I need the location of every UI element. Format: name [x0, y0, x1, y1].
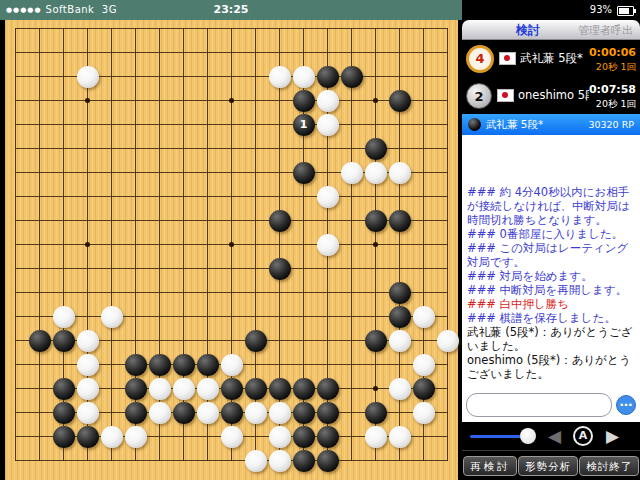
star-point [373, 98, 378, 103]
stone-black [293, 162, 315, 184]
stone-black [245, 378, 267, 400]
stone-white [341, 162, 363, 184]
stone-white [101, 426, 123, 448]
stone-black [317, 426, 339, 448]
stone-black [293, 402, 315, 424]
stone-white [77, 330, 99, 352]
stone-black [197, 354, 219, 376]
chat-message: ### 対局を始めます。 [467, 269, 636, 283]
stone-black [269, 258, 291, 280]
tab-review[interactable]: 検討 [516, 22, 540, 39]
stone-white [245, 402, 267, 424]
player-name: 武礼蒹 5段* [520, 51, 589, 66]
stone-black [173, 354, 195, 376]
stone-white [389, 426, 411, 448]
stone-black [341, 66, 363, 88]
player-clock: 0:07:58 [589, 83, 636, 96]
player-name: oneshimo 5段* [518, 88, 589, 103]
playback-controls: ◀ A ▶ [462, 422, 640, 450]
player-byoyomi: 20秒 1回 [596, 61, 636, 72]
stone-black [125, 354, 147, 376]
stone-white [317, 234, 339, 256]
chat-message: ### 約 4分40秒以内にお相手が接続しなければ、中断対局は時間切れ勝ちとなり… [467, 185, 636, 227]
stone-black: 1 [293, 114, 315, 136]
star-point [373, 242, 378, 247]
player-times: 0:07:58 20秒 1回 [589, 82, 636, 110]
stone-black [317, 450, 339, 472]
player-row-white[interactable]: 2 oneshimo 5段* 0:07:58 20秒 1回 [462, 77, 640, 114]
black-stone-icon [468, 118, 481, 131]
chat-message: ### 中断対局を再開します。 [467, 283, 636, 297]
stone-white [269, 426, 291, 448]
byoyomi-clock-icon: 4 [466, 45, 494, 73]
stone-white [293, 66, 315, 88]
end-review-button[interactable]: 検討終了 [579, 456, 639, 476]
stone-black [29, 330, 51, 352]
stone-black [77, 426, 99, 448]
stone-black [125, 402, 147, 424]
star-point [85, 98, 90, 103]
chat-message: ### 棋譜を保存しました。 [467, 311, 636, 325]
panel-status-bar: 93% [462, 0, 640, 20]
stone-black [269, 210, 291, 232]
slider-knob[interactable] [520, 428, 536, 444]
chat-bubble-icon[interactable]: … [616, 395, 636, 415]
auto-play-button[interactable]: A [573, 426, 593, 446]
stone-white [389, 378, 411, 400]
stone-white [317, 186, 339, 208]
stone-white [413, 306, 435, 328]
star-point [229, 242, 234, 247]
stone-black [53, 378, 75, 400]
stone-black [365, 210, 387, 232]
stone-white [413, 402, 435, 424]
stone-black [293, 426, 315, 448]
stone-black [389, 306, 411, 328]
stone-white [221, 426, 243, 448]
chat-messages: ### 約 4分40秒以内にお相手が接続しなければ、中断対局は時間切れ勝ちとなり… [462, 135, 640, 392]
player-clock: 0:00:06 [589, 46, 636, 59]
stone-black [317, 66, 339, 88]
stone-white [269, 66, 291, 88]
call-admin-button[interactable]: 管理者呼出 [578, 23, 633, 38]
stone-white [317, 90, 339, 112]
stone-black [221, 402, 243, 424]
chat-input[interactable] [466, 393, 612, 417]
battery-icon [617, 6, 634, 16]
stone-white [197, 402, 219, 424]
side-panel: 93% 検討 管理者呼出 4 武礼蒹 5段* 0:00:06 20秒 1回 2 … [462, 0, 640, 480]
stone-black [53, 402, 75, 424]
player-row-black[interactable]: 4 武礼蒹 5段* 0:00:06 20秒 1回 [462, 40, 640, 77]
star-point [85, 242, 90, 247]
position-analysis-button[interactable]: 形勢分析 [518, 456, 578, 476]
stone-white [269, 450, 291, 472]
stone-black [53, 330, 75, 352]
stone-black [317, 378, 339, 400]
capture-count-icon: 2 [466, 83, 492, 109]
stone-white [77, 66, 99, 88]
star-point [373, 386, 378, 391]
battery-percent: 93% [590, 4, 612, 15]
chat-message: ### 白中押し勝ち [467, 297, 636, 311]
player-times: 0:00:06 20秒 1回 [589, 45, 636, 73]
stone-black [365, 402, 387, 424]
stone-white [245, 450, 267, 472]
re-review-button[interactable]: 再検討 [463, 456, 518, 476]
stone-white [53, 306, 75, 328]
stone-white [269, 402, 291, 424]
stone-white [77, 354, 99, 376]
stone-white [197, 378, 219, 400]
status-bar: ●●●●●SoftBank 3G 23:25 [0, 0, 462, 20]
stone-black [293, 90, 315, 112]
selected-user-rating: 30320 RP [588, 119, 634, 130]
stone-white [173, 378, 195, 400]
stone-black [149, 354, 171, 376]
star-point [229, 98, 234, 103]
stone-black [221, 378, 243, 400]
stone-white [149, 402, 171, 424]
stone-white [413, 354, 435, 376]
stone-black [293, 450, 315, 472]
stone-black [389, 282, 411, 304]
japan-flag-icon [497, 89, 514, 102]
stone-white [317, 114, 339, 136]
player-list: 4 武礼蒹 5段* 0:00:06 20秒 1回 2 oneshimo 5段* … [462, 40, 640, 135]
stone-black [269, 378, 291, 400]
stone-white [125, 426, 147, 448]
go-board[interactable]: 1 [5, 20, 458, 480]
stone-black [125, 378, 147, 400]
step-forward-button[interactable]: ▶ [606, 422, 619, 450]
chat-area: ### 約 4分40秒以内にお相手が接続しなければ、中断対局は時間切れ勝ちとなり… [462, 135, 640, 422]
chat-message: ### この対局はレーティング対局です。 [467, 241, 636, 269]
stone-black [245, 330, 267, 352]
move-slider[interactable] [470, 428, 540, 444]
stone-white [101, 306, 123, 328]
chat-message: 武礼蒹 (5段*)：ありがとうございました。 [467, 325, 636, 353]
player-byoyomi: 20秒 1回 [596, 98, 636, 109]
stone-white [221, 354, 243, 376]
panel-navbar: 検討 管理者呼出 [462, 20, 640, 40]
stone-white [149, 378, 171, 400]
stone-white [389, 162, 411, 184]
stone-black [389, 210, 411, 232]
stone-black [293, 378, 315, 400]
stone-white [365, 162, 387, 184]
stone-black [317, 402, 339, 424]
stone-white [389, 330, 411, 352]
stone-white [77, 402, 99, 424]
selected-user-row[interactable]: 武礼蒹 5段* 30320 RP [462, 114, 640, 135]
stone-white [437, 330, 459, 352]
stone-black [365, 330, 387, 352]
selected-user-name: 武礼蒹 5段* [486, 118, 588, 132]
chat-message: ### 0番部屋に入りました。 [467, 227, 636, 241]
stone-black [365, 138, 387, 160]
japan-flag-icon [499, 52, 516, 65]
step-back-button[interactable]: ◀ [548, 422, 561, 450]
stone-black [413, 378, 435, 400]
clock-time: 23:25 [0, 0, 462, 20]
chat-message: oneshimo (5段*)：ありがとうございました。 [467, 353, 636, 381]
chat-input-row: … [462, 392, 640, 422]
stone-white [365, 426, 387, 448]
stone-black [389, 90, 411, 112]
stone-black [53, 426, 75, 448]
action-bar: 再検討 形勢分析 検討終了 [462, 450, 640, 480]
stone-black [173, 402, 195, 424]
stone-white [77, 378, 99, 400]
